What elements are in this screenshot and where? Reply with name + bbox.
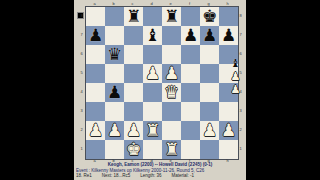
rank-label-3: 3 [79,101,84,120]
rank-label-4: 4 [79,82,84,101]
file-label-a: a [85,1,104,6]
square-h3 [219,102,238,121]
piece-white-pawn: ♟ [164,64,179,83]
rank-label-7: 7 [238,25,243,44]
stats-line: 18. Re1 Next: 18...Rc5 Length: 36 Materi… [76,173,244,178]
square-f3 [181,102,200,121]
square-h1 [219,140,238,159]
piece-white-pawn: ♟ [221,121,236,140]
square-f1 [181,140,200,159]
rank-label-3: 3 [238,101,243,120]
square-c2: ♟ [124,121,143,140]
square-e4: ♛ [162,83,181,102]
square-d7: ♝ [143,26,162,45]
square-g4 [200,83,219,102]
piece-black-pawn: ♟ [183,26,198,45]
file-label-h: h [218,1,237,6]
next-move: Next: 18...Rc5 [102,173,131,178]
square-g6 [200,45,219,64]
square-a5 [86,64,105,83]
chess-diagram-panel: abcdefgh 87654321 ♜♜♚♟♝♟♟♟♛♟♟♟♛♟♟♟♜♟♟♚♜ … [74,0,246,180]
square-b8 [105,7,124,26]
square-f6 [181,45,200,64]
square-e3 [162,102,181,121]
square-a4 [86,83,105,102]
square-a7: ♟ [86,26,105,45]
piece-black-rook: ♜ [126,7,141,26]
square-b4: ♟ [105,83,124,102]
square-b1 [105,140,124,159]
piece-black-bishop: ♝ [145,26,160,45]
rank-labels-left: 87654321 [79,6,84,158]
file-label-g: g [199,1,218,6]
square-d6 [143,45,162,64]
square-g1 [200,140,219,159]
square-g3 [200,102,219,121]
material-balance: Material: -1 [172,173,195,178]
tray-black-bishop: ♝ [231,57,241,70]
piece-white-queen: ♛ [164,83,179,102]
piece-white-pawn: ♟ [88,121,103,140]
current-move: 18. Re1 [76,173,92,178]
square-b7 [105,26,124,45]
square-a8 [86,7,105,26]
piece-white-rook: ♜ [164,140,179,159]
square-a6 [86,45,105,64]
square-c8: ♜ [124,7,143,26]
square-c6 [124,45,143,64]
square-f4 [181,83,200,102]
piece-black-pawn: ♟ [88,26,103,45]
piece-black-king: ♚ [202,7,217,26]
square-f2 [181,121,200,140]
square-a2: ♟ [86,121,105,140]
square-f7: ♟ [181,26,200,45]
square-c1: ♚ [124,140,143,159]
square-e6 [162,45,181,64]
square-f8 [181,7,200,26]
square-a3 [86,102,105,121]
file-label-b: b [104,1,123,6]
square-d4 [143,83,162,102]
chess-board: ♜♜♚♟♝♟♟♟♛♟♟♟♛♟♟♟♜♟♟♚♜ [85,6,239,160]
square-g2: ♟ [200,121,219,140]
rank-label-6: 6 [79,44,84,63]
piece-black-pawn: ♟ [202,26,217,45]
square-d2: ♜ [143,121,162,140]
file-label-d: d [142,1,161,6]
square-c3 [124,102,143,121]
square-g8: ♚ [200,7,219,26]
piece-white-rook: ♜ [145,121,160,140]
file-label-f: f [180,1,199,6]
square-b2: ♟ [105,121,124,140]
piece-white-pawn: ♟ [126,121,141,140]
square-b3 [105,102,124,121]
square-d1 [143,140,162,159]
rank-label-1: 1 [79,139,84,158]
square-h7: ♟ [219,26,238,45]
piece-black-queen: ♛ [107,45,122,64]
piece-black-pawn: ♟ [107,83,122,102]
square-b5 [105,64,124,83]
square-c5 [124,64,143,83]
square-e7 [162,26,181,45]
square-d3 [143,102,162,121]
file-label-e: e [161,1,180,6]
rank-label-8: 8 [238,6,243,25]
square-h8 [219,7,238,26]
square-g7: ♟ [200,26,219,45]
piece-white-pawn: ♟ [107,121,122,140]
piece-black-pawn: ♟ [221,26,236,45]
rank-label-1: 1 [238,139,243,158]
square-e1: ♜ [162,140,181,159]
piece-white-pawn: ♟ [145,64,160,83]
square-f5 [181,64,200,83]
rank-label-2: 2 [238,120,243,139]
square-e5: ♟ [162,64,181,83]
square-c7 [124,26,143,45]
file-label-c: c [123,1,142,6]
piece-black-rook: ♜ [164,7,179,26]
caption: Keogh, Eamon (2200) -- Howell David (224… [76,162,244,178]
square-d5: ♟ [143,64,162,83]
rank-label-2: 2 [79,120,84,139]
piece-white-king: ♚ [126,140,141,159]
square-b6: ♛ [105,45,124,64]
square-a1 [86,140,105,159]
rank-label-7: 7 [79,25,84,44]
rank-label-5: 5 [79,63,84,82]
square-e2 [162,121,181,140]
square-g5 [200,64,219,83]
rank-label-8: 8 [79,6,84,25]
video-frame: abcdefgh 87654321 ♜♜♚♟♝♟♟♟♛♟♟♟♛♟♟♟♜♟♟♚♜ … [0,0,320,180]
square-c4 [124,83,143,102]
tray-white-pawn: ♟ [231,83,241,96]
game-length: Length: 36 [140,173,161,178]
material-tray: ♝♟♟ [229,57,242,96]
piece-white-pawn: ♟ [202,121,217,140]
square-e8: ♜ [162,7,181,26]
tray-white-pawn: ♟ [231,70,241,83]
square-d8 [143,7,162,26]
square-h2: ♟ [219,121,238,140]
